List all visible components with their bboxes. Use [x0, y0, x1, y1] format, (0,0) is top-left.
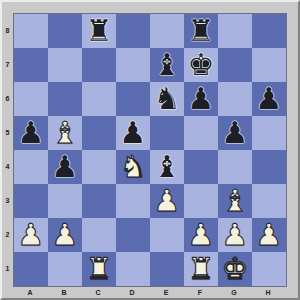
square-a8[interactable]: [14, 14, 48, 48]
square-d1[interactable]: [116, 252, 150, 286]
square-g4[interactable]: [218, 150, 252, 184]
square-e4[interactable]: ♝: [150, 150, 184, 184]
black-pawn[interactable]: ♟: [48, 150, 82, 184]
square-a1[interactable]: [14, 252, 48, 286]
square-f6[interactable]: ♟: [184, 82, 218, 116]
square-d6[interactable]: [116, 82, 150, 116]
white-bishop[interactable]: ♝: [218, 184, 252, 218]
square-g8[interactable]: [218, 14, 252, 48]
square-h7[interactable]: [252, 48, 286, 82]
square-a3[interactable]: [14, 184, 48, 218]
square-d7[interactable]: [116, 48, 150, 82]
white-king[interactable]: ♚: [218, 252, 252, 286]
square-b5[interactable]: ♝: [48, 116, 82, 150]
file-label-b: B: [47, 288, 81, 298]
square-h1[interactable]: [252, 252, 286, 286]
square-h8[interactable]: [252, 14, 286, 48]
square-f4[interactable]: [184, 150, 218, 184]
black-pawn[interactable]: ♟: [14, 116, 48, 150]
square-b2[interactable]: ♟: [48, 218, 82, 252]
black-pawn[interactable]: ♟: [252, 82, 286, 116]
black-king[interactable]: ♚: [184, 48, 218, 82]
white-rook[interactable]: ♜: [82, 252, 116, 286]
square-b8[interactable]: [48, 14, 82, 48]
file-label-a: A: [13, 288, 47, 298]
square-f5[interactable]: [184, 116, 218, 150]
rank-label-7: 7: [2, 60, 13, 69]
rank-label-6: 6: [2, 94, 13, 103]
square-f2[interactable]: ♟: [184, 218, 218, 252]
square-f7[interactable]: ♚: [184, 48, 218, 82]
square-g3[interactable]: ♝: [218, 184, 252, 218]
square-a5[interactable]: ♟: [14, 116, 48, 150]
white-pawn[interactable]: ♟: [184, 218, 218, 252]
square-a6[interactable]: [14, 82, 48, 116]
black-bishop[interactable]: ♝: [150, 150, 184, 184]
square-e5[interactable]: [150, 116, 184, 150]
square-d5[interactable]: ♟: [116, 116, 150, 150]
square-b7[interactable]: [48, 48, 82, 82]
square-h2[interactable]: ♟: [252, 218, 286, 252]
black-pawn[interactable]: ♟: [184, 82, 218, 116]
square-c4[interactable]: [82, 150, 116, 184]
square-h4[interactable]: [252, 150, 286, 184]
file-label-h: H: [251, 288, 285, 298]
file-label-e: E: [149, 288, 183, 298]
rank-label-3: 3: [2, 196, 13, 205]
white-rook[interactable]: ♜: [184, 252, 218, 286]
board-frame: ♜♜♝♚♞♟♟♟♝♟♟♟♞♝♟♝♟♟♟♟♟♜♜♚ 87654321 ABCDEF…: [0, 0, 300, 300]
square-c8[interactable]: ♜: [82, 14, 116, 48]
square-g7[interactable]: [218, 48, 252, 82]
white-pawn[interactable]: ♟: [48, 218, 82, 252]
square-f3[interactable]: [184, 184, 218, 218]
white-knight[interactable]: ♞: [116, 150, 150, 184]
square-c1[interactable]: ♜: [82, 252, 116, 286]
square-a7[interactable]: [14, 48, 48, 82]
square-c5[interactable]: [82, 116, 116, 150]
square-e2[interactable]: [150, 218, 184, 252]
square-h3[interactable]: [252, 184, 286, 218]
square-a2[interactable]: ♟: [14, 218, 48, 252]
square-e1[interactable]: [150, 252, 184, 286]
rank-label-5: 5: [2, 128, 13, 137]
square-e8[interactable]: [150, 14, 184, 48]
square-c3[interactable]: [82, 184, 116, 218]
square-d2[interactable]: [116, 218, 150, 252]
square-b6[interactable]: [48, 82, 82, 116]
file-label-g: G: [217, 288, 251, 298]
square-g6[interactable]: [218, 82, 252, 116]
square-d8[interactable]: [116, 14, 150, 48]
black-rook[interactable]: ♜: [184, 14, 218, 48]
square-e6[interactable]: ♞: [150, 82, 184, 116]
square-d4[interactable]: ♞: [116, 150, 150, 184]
square-g1[interactable]: ♚: [218, 252, 252, 286]
square-f1[interactable]: ♜: [184, 252, 218, 286]
square-f8[interactable]: ♜: [184, 14, 218, 48]
file-label-c: C: [81, 288, 115, 298]
square-h5[interactable]: [252, 116, 286, 150]
file-label-f: F: [183, 288, 217, 298]
rank-label-8: 8: [2, 26, 13, 35]
white-pawn[interactable]: ♟: [14, 218, 48, 252]
rank-label-4: 4: [2, 162, 13, 171]
white-pawn[interactable]: ♟: [218, 218, 252, 252]
black-rook[interactable]: ♜: [82, 14, 116, 48]
square-a4[interactable]: [14, 150, 48, 184]
square-d3[interactable]: [116, 184, 150, 218]
black-knight[interactable]: ♞: [150, 82, 184, 116]
square-b3[interactable]: [48, 184, 82, 218]
rank-label-1: 1: [2, 264, 13, 273]
square-e7[interactable]: ♝: [150, 48, 184, 82]
square-b4[interactable]: ♟: [48, 150, 82, 184]
black-pawn[interactable]: ♟: [218, 116, 252, 150]
square-b1[interactable]: [48, 252, 82, 286]
chess-board: ♜♜♝♚♞♟♟♟♝♟♟♟♞♝♟♝♟♟♟♟♟♜♜♚: [13, 13, 287, 287]
square-e3[interactable]: ♟: [150, 184, 184, 218]
square-g5[interactable]: ♟: [218, 116, 252, 150]
square-c2[interactable]: [82, 218, 116, 252]
square-c6[interactable]: [82, 82, 116, 116]
black-pawn[interactable]: ♟: [116, 116, 150, 150]
black-bishop[interactable]: ♝: [150, 48, 184, 82]
white-bishop[interactable]: ♝: [48, 116, 82, 150]
square-c7[interactable]: [82, 48, 116, 82]
file-label-d: D: [115, 288, 149, 298]
square-g2[interactable]: ♟: [218, 218, 252, 252]
rank-label-2: 2: [2, 230, 13, 239]
white-pawn[interactable]: ♟: [252, 218, 286, 252]
square-h6[interactable]: ♟: [252, 82, 286, 116]
white-pawn[interactable]: ♟: [150, 184, 184, 218]
